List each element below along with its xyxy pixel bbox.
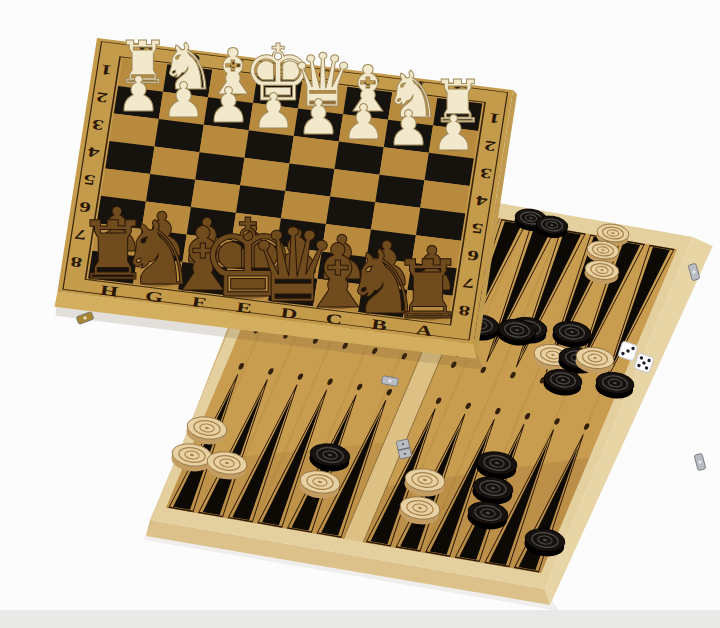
black-rook: ♜ xyxy=(391,242,464,337)
white-pawn: ♟ xyxy=(387,100,431,156)
product-photo: HGFEDCBAHGFEDCBA1234567812345678 ♜♞♝♚♛♟♝… xyxy=(0,0,720,628)
rank-label-left-2: 2 xyxy=(95,89,109,106)
dark-square xyxy=(375,175,424,208)
game-set-scene: HGFEDCBAHGFEDCBA1234567812345678 ♜♞♝♚♛♟♝… xyxy=(0,0,720,628)
rank-label-right-5: 5 xyxy=(470,220,484,237)
rank-label-left-5: 5 xyxy=(82,172,96,189)
white-pawn: ♟ xyxy=(252,83,296,139)
rank-label-left-1: 1 xyxy=(99,62,113,79)
white-pawn: ♟ xyxy=(432,105,476,161)
rank-label-right-1: 1 xyxy=(487,110,501,127)
white-pawn: ♟ xyxy=(117,66,161,122)
light-square xyxy=(420,180,469,213)
photo-edge-strip xyxy=(0,610,720,628)
white-pawn: ♟ xyxy=(207,77,251,133)
light-square xyxy=(150,147,199,180)
white-pawn: ♟ xyxy=(342,94,386,150)
white-pawn: ♟ xyxy=(297,89,341,145)
light-square xyxy=(240,158,289,191)
rank-label-left-3: 3 xyxy=(91,117,105,134)
dark-square xyxy=(195,152,244,185)
dark-square xyxy=(105,141,154,174)
white-pawn: ♟ xyxy=(162,72,206,128)
light-square xyxy=(330,169,379,202)
rank-label-right-2: 2 xyxy=(483,138,497,155)
dark-square xyxy=(285,163,334,196)
rank-label-right-3: 3 xyxy=(479,165,493,182)
